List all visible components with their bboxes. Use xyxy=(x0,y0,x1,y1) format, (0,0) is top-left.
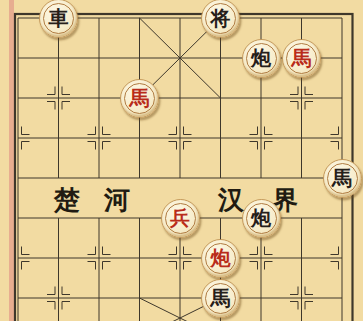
piece-glyph: 炮 xyxy=(211,248,231,268)
xiangqi-board: 楚 河 汉 界 車将炮馬馬馬兵炮炮馬 xyxy=(0,0,363,321)
piece-black-general[interactable]: 将 xyxy=(201,0,240,38)
piece-glyph: 兵 xyxy=(170,208,190,228)
piece-glyph: 馬 xyxy=(292,48,312,68)
piece-glyph: 炮 xyxy=(251,208,271,228)
piece-grid: 車将炮馬馬馬兵炮炮馬 xyxy=(0,0,362,318)
piece-red-horse[interactable]: 馬 xyxy=(282,39,321,78)
piece-red-horse[interactable]: 馬 xyxy=(120,79,159,118)
piece-glyph: 馬 xyxy=(211,288,231,308)
piece-black-horse[interactable]: 馬 xyxy=(201,279,240,318)
piece-glyph: 馬 xyxy=(332,168,352,188)
piece-glyph: 車 xyxy=(49,8,69,28)
piece-black-cannon[interactable]: 炮 xyxy=(242,199,281,238)
piece-black-chariot[interactable]: 車 xyxy=(39,0,78,38)
piece-black-cannon[interactable]: 炮 xyxy=(242,39,281,78)
piece-glyph: 将 xyxy=(211,8,231,28)
piece-glyph: 馬 xyxy=(130,88,150,108)
piece-glyph: 炮 xyxy=(251,48,271,68)
piece-black-horse[interactable]: 馬 xyxy=(323,159,362,198)
piece-red-cannon[interactable]: 炮 xyxy=(201,239,240,278)
piece-red-soldier[interactable]: 兵 xyxy=(161,199,200,238)
